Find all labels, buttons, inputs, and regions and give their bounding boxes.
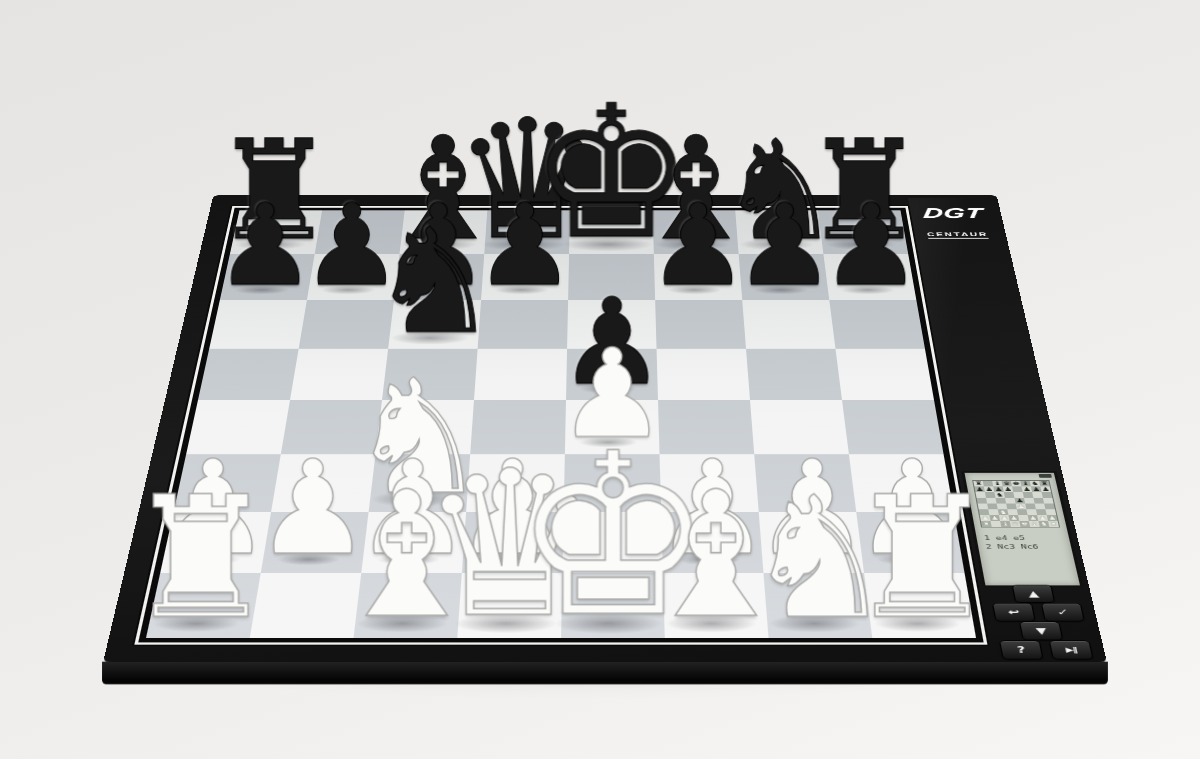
lcd-square [995, 498, 1006, 504]
square-d2[interactable] [462, 512, 564, 573]
lcd-square: ♟ [993, 486, 1004, 492]
lcd-square [979, 509, 990, 515]
square-c7[interactable] [394, 254, 484, 300]
lcd-square: ♚ [1019, 521, 1030, 527]
square-d6[interactable] [478, 300, 568, 349]
lcd-square: ♞ [1030, 481, 1041, 487]
lcd-square: ♟ [1008, 515, 1019, 521]
lcd-square [1018, 515, 1029, 521]
perspective-wrapper: ♜♝♛♚♝♞♜♟♟♟♟♟♟♟♞♟♟♞♟♟♟♟♟♟♟♜♝♛♚♝♞♜ DGT CEN… [0, 0, 1200, 759]
lcd-square: ♜ [1048, 521, 1059, 527]
square-c2[interactable] [361, 512, 466, 573]
square-d3[interactable] [466, 454, 565, 512]
chessboard [146, 210, 976, 638]
square-b6[interactable] [299, 300, 394, 349]
lcd-square: ♟ [984, 486, 995, 492]
square-g8[interactable] [735, 210, 823, 254]
lcd-square: ♝ [992, 481, 1003, 487]
lcd-square: ♞ [998, 509, 1009, 515]
lcd-square: ♝ [1000, 521, 1011, 527]
lcd-move-list: 1 e4 e52 Nc3 Nc6 [983, 534, 1064, 551]
lcd-square [1044, 504, 1055, 510]
square-b8[interactable] [315, 210, 405, 254]
square-d5[interactable] [474, 349, 567, 400]
lcd-square [1006, 504, 1017, 510]
lcd-square: ♟ [999, 515, 1010, 521]
square-d7[interactable] [481, 254, 569, 300]
square-h6[interactable] [829, 300, 925, 349]
model-label: CENTAUR [927, 231, 990, 238]
square-f5[interactable] [657, 349, 750, 400]
square-b3[interactable] [271, 454, 375, 512]
scene: ♜♝♛♚♝♞♜♟♟♟♟♟♟♟♞♟♟♞♟♟♟♟♟♟♟♜♝♛♚♝♞♜ DGT CEN… [0, 0, 1200, 759]
lcd-square [1033, 498, 1044, 504]
square-a1[interactable] [146, 573, 261, 638]
square-f6[interactable] [655, 300, 746, 349]
lcd-square [1023, 492, 1034, 498]
down-button[interactable]: ▼ [1019, 621, 1063, 640]
battery-icon [1039, 474, 1052, 478]
square-c8[interactable] [399, 210, 487, 254]
square-f4[interactable] [658, 400, 754, 454]
lcd-square: ♟ [1031, 486, 1042, 492]
lcd-move-line: 2 Nc3 Nc6 [985, 543, 1064, 552]
lcd-square: ♟ [1021, 486, 1032, 492]
lcd-square: ♟ [1040, 486, 1051, 492]
square-a7[interactable] [220, 254, 315, 300]
square-h3[interactable] [849, 454, 954, 512]
square-d8[interactable] [484, 210, 570, 254]
square-b1[interactable] [250, 573, 362, 638]
lcd-square: ♛ [1001, 481, 1012, 487]
square-b5[interactable] [290, 349, 388, 400]
square-g4[interactable] [750, 400, 849, 454]
lcd-square [1024, 498, 1035, 504]
lcd-square [975, 492, 986, 498]
square-c5[interactable] [382, 349, 478, 400]
lcd-square [987, 504, 998, 510]
up-button[interactable]: ▲ [1012, 585, 1056, 603]
lcd-square: ♟ [1014, 498, 1025, 504]
lcd-square [1012, 486, 1023, 492]
lcd-mini-board: ♜♝♛♚♝♞♜♟♟♟♟♟♟♟♞♟♟♞♟♟♟♟♟♟♟♜♝♛♚♝♞♜ [972, 480, 1060, 527]
square-b2[interactable] [261, 512, 369, 573]
lcd-square [1013, 492, 1024, 498]
lcd-square: ♜ [973, 481, 983, 487]
square-c6[interactable] [388, 300, 481, 349]
square-f2[interactable] [661, 512, 763, 573]
square-e8[interactable] [569, 210, 654, 254]
square-g3[interactable] [754, 454, 856, 512]
lcd-square: ♟ [974, 486, 985, 492]
square-e7[interactable] [568, 254, 655, 300]
lcd-square: ♟ [1028, 515, 1039, 521]
lcd-square: ♜ [981, 521, 992, 527]
square-h8[interactable] [818, 210, 908, 254]
lcd-square [988, 509, 999, 515]
lcd-square: ♟ [980, 515, 991, 521]
lcd-square [1035, 504, 1046, 510]
lcd-square: ♜ [1039, 481, 1050, 487]
square-a6[interactable] [209, 300, 307, 349]
square-f1[interactable] [663, 573, 769, 638]
square-c3[interactable] [369, 454, 471, 512]
lcd-square: ♟ [1047, 515, 1058, 521]
lcd-square: ♝ [1029, 521, 1040, 527]
square-h5[interactable] [835, 349, 934, 400]
square-e5[interactable] [566, 349, 658, 400]
confirm-button[interactable]: ✓ [1041, 603, 1085, 622]
square-h7[interactable] [823, 254, 916, 300]
brand-logo: DGT CENTAUR [909, 205, 1001, 238]
help-button[interactable]: ? [999, 640, 1044, 659]
square-a4[interactable] [186, 400, 290, 454]
lcd-square: ♚ [1011, 481, 1022, 487]
square-a2[interactable] [160, 512, 271, 573]
square-f3[interactable] [660, 454, 759, 512]
lcd-square [978, 504, 989, 510]
lcd-square [1025, 504, 1036, 510]
lcd-square: ♟ [1003, 486, 1014, 492]
square-b4[interactable] [281, 400, 382, 454]
square-g6[interactable] [742, 300, 835, 349]
dgt-logo: DGT [910, 205, 996, 221]
lcd-square [1017, 509, 1028, 515]
lcd-move-line: 1 e4 e5 [983, 534, 1062, 543]
lcd-square [986, 498, 997, 504]
lcd-square: ♟ [1037, 515, 1048, 521]
square-h2[interactable] [856, 512, 964, 573]
lcd-square [983, 481, 994, 487]
lcd-square: ♞ [1038, 521, 1049, 527]
square-g2[interactable] [759, 512, 864, 573]
square-g5[interactable] [746, 349, 842, 400]
square-e6[interactable] [567, 300, 656, 349]
square-a3[interactable] [174, 454, 281, 512]
square-g1[interactable] [763, 573, 872, 638]
square-e1[interactable] [561, 573, 665, 638]
lcd-square [1043, 498, 1054, 504]
lcd-square [1042, 492, 1053, 498]
lcd-square [1005, 498, 1016, 504]
lcd-square [985, 492, 996, 498]
lcd-square [1007, 509, 1018, 515]
square-a5[interactable] [198, 349, 299, 400]
square-b7[interactable] [307, 254, 400, 300]
lcd-screen: ♜♝♛♚♝♞♜♟♟♟♟♟♟♟♞♟♟♞♟♟♟♟♟♟♟♜♝♛♚♝♞♜ 1 e4 e5… [961, 471, 1084, 588]
square-h4[interactable] [842, 400, 944, 454]
square-f8[interactable] [653, 210, 739, 254]
square-h1[interactable] [864, 573, 976, 638]
square-g7[interactable] [739, 254, 830, 300]
board-front-edge [102, 662, 1108, 685]
lcd-square [1032, 492, 1043, 498]
square-a8[interactable] [230, 210, 322, 254]
lcd-square [1036, 509, 1047, 515]
square-d4[interactable] [470, 400, 566, 454]
board-frame [132, 205, 990, 646]
lcd-square: ♟ [1016, 504, 1027, 510]
square-d1[interactable] [457, 573, 562, 638]
lcd-square [1004, 492, 1015, 498]
square-e4[interactable] [565, 400, 660, 454]
dgt-centaur-board: ♜♝♛♚♝♞♜♟♟♟♟♟♟♟♞♟♟♞♟♟♟♟♟♟♟♜♝♛♚♝♞♜ DGT CEN… [103, 195, 1107, 662]
square-f7[interactable] [654, 254, 742, 300]
lcd-square: ♝ [1020, 481, 1031, 487]
lcd-square: ♞ [994, 492, 1005, 498]
lcd-square [1045, 509, 1056, 515]
lcd-square: ♟ [989, 515, 1000, 521]
square-e2[interactable] [562, 512, 663, 573]
square-e3[interactable] [564, 454, 662, 512]
lcd-square [977, 498, 988, 504]
square-c4[interactable] [375, 400, 474, 454]
square-c1[interactable] [353, 573, 461, 638]
lcd-square [997, 504, 1008, 510]
lcd-square [991, 521, 1002, 527]
lcd-square: ♛ [1010, 521, 1021, 527]
back-button[interactable]: ↩ [992, 603, 1036, 622]
play-pause-button[interactable]: ▶‖ [1049, 640, 1094, 659]
lcd-square [1026, 509, 1037, 515]
